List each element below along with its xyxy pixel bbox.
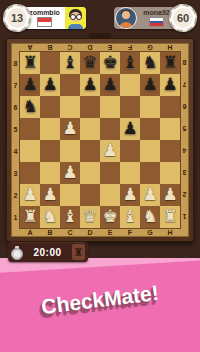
avatar-face <box>122 11 130 19</box>
white-pawn-f2[interactable]: ♟ <box>122 186 137 203</box>
indonesia-flag-icon <box>37 17 52 27</box>
square-c7[interactable] <box>60 74 80 96</box>
coord-label: 2 <box>11 184 20 206</box>
square-h5[interactable] <box>160 118 180 140</box>
avatar-glasses-right <box>76 14 82 20</box>
rank-labels-left: 87654321 <box>11 52 20 228</box>
right-player-avatar <box>115 7 137 29</box>
square-h2[interactable]: ♟ <box>160 184 180 206</box>
square-f8[interactable]: ♝ <box>120 52 140 74</box>
white-pawn-c5[interactable]: ♟ <box>62 120 77 137</box>
white-knight-b1[interactable]: ♞ <box>42 208 57 225</box>
white-pawn-c3[interactable]: ♟ <box>62 164 77 181</box>
chess-app-screen: 13 zommbio mona92 60 <box>0 0 200 352</box>
white-queen-d1[interactable]: ♛ <box>82 208 97 225</box>
square-b8[interactable] <box>40 52 60 74</box>
russia-flag-icon <box>149 17 164 27</box>
white-pawn-g2[interactable]: ♟ <box>142 186 157 203</box>
coord-label: F <box>120 228 140 237</box>
black-rook-h8[interactable]: ♜ <box>162 54 177 71</box>
coord-label: D <box>80 43 100 52</box>
coord-label: 5 <box>11 118 20 140</box>
black-bishop-c8[interactable]: ♝ <box>62 54 77 71</box>
coord-label: C <box>60 43 80 52</box>
square-c3[interactable]: ♟ <box>60 162 80 184</box>
coord-label: F <box>120 43 140 52</box>
file-labels-bottom: ABCDEFGH <box>20 228 180 237</box>
coord-label: B <box>40 43 60 52</box>
black-rook-a8[interactable]: ♜ <box>22 54 37 71</box>
coord-label: H <box>160 43 180 52</box>
square-a6[interactable]: ♞ <box>20 96 40 118</box>
coord-label: 3 <box>180 162 189 184</box>
square-d5[interactable] <box>80 118 100 140</box>
black-pawn-g7[interactable]: ♟ <box>142 76 157 93</box>
square-c4[interactable] <box>60 140 80 162</box>
square-h3[interactable] <box>160 162 180 184</box>
white-rook-h1[interactable]: ♜ <box>162 208 177 225</box>
square-f7[interactable] <box>120 74 140 96</box>
square-e6[interactable] <box>100 96 120 118</box>
coord-label: 1 <box>11 206 20 228</box>
square-h6[interactable] <box>160 96 180 118</box>
coord-label: B <box>40 228 60 237</box>
right-player-name: mona92 <box>143 9 169 16</box>
square-b2[interactable]: ♟ <box>40 184 60 206</box>
black-king-e8[interactable]: ♚ <box>102 54 117 71</box>
square-c5[interactable]: ♟ <box>60 118 80 140</box>
coord-label: 6 <box>11 96 20 118</box>
checkmate-text: CheckMate! <box>0 276 200 324</box>
square-g4[interactable] <box>140 140 160 162</box>
right-player-card[interactable]: mona92 <box>114 7 176 29</box>
coord-label: E <box>100 228 120 237</box>
square-b4[interactable] <box>40 140 60 162</box>
coord-label: G <box>140 43 160 52</box>
black-pawn-a7[interactable]: ♟ <box>22 76 37 93</box>
square-e4[interactable]: ♟ <box>100 140 120 162</box>
square-h4[interactable] <box>160 140 180 162</box>
square-c1[interactable]: ♝ <box>60 206 80 228</box>
square-g6[interactable] <box>140 96 160 118</box>
square-d6[interactable] <box>80 96 100 118</box>
coord-label: 1 <box>180 206 189 228</box>
timer-bar: 20:00 ♜ <box>8 242 88 262</box>
black-knight-g8[interactable]: ♞ <box>142 54 157 71</box>
square-d7[interactable]: ♟ <box>80 74 100 96</box>
square-a2[interactable]: ♟ <box>20 184 40 206</box>
coord-label: 6 <box>180 96 189 118</box>
white-pawn-e4[interactable]: ♟ <box>102 142 117 159</box>
board-squares: ♜♝♛♚♝♞♜♟♟♟♟♟♟♞♟♟♟♟♟♟♟♟♟♜♞♝♛♚♝♞♜ <box>20 52 180 228</box>
coord-label: G <box>140 228 160 237</box>
stopwatch-icon <box>11 246 23 258</box>
white-knight-g1[interactable]: ♞ <box>142 208 157 225</box>
square-f3[interactable] <box>120 162 140 184</box>
square-e7[interactable]: ♟ <box>100 74 120 96</box>
rank-labels-right: 87654321 <box>180 52 189 228</box>
coord-label: 8 <box>11 52 20 74</box>
chess-piece-icon: ♜ <box>72 244 85 260</box>
black-knight-a6[interactable]: ♞ <box>22 98 37 115</box>
coord-label: 4 <box>11 140 20 162</box>
square-d1[interactable]: ♛ <box>80 206 100 228</box>
black-pawn-h7[interactable]: ♟ <box>162 76 177 93</box>
square-g1[interactable]: ♞ <box>140 206 160 228</box>
coord-label: 2 <box>180 184 189 206</box>
left-player-card[interactable]: zommbio <box>24 7 86 29</box>
black-pawn-d7[interactable]: ♟ <box>82 76 97 93</box>
avatar-shirt <box>68 24 83 29</box>
square-a8[interactable]: ♜ <box>20 52 40 74</box>
square-c6[interactable] <box>60 96 80 118</box>
black-pawn-e7[interactable]: ♟ <box>102 76 117 93</box>
white-rook-a1[interactable]: ♜ <box>22 208 37 225</box>
white-pawn-h2[interactable]: ♟ <box>162 186 177 203</box>
left-player-score-badge: 13 <box>3 4 31 32</box>
black-queen-d8[interactable]: ♛ <box>82 54 97 71</box>
black-bishop-f8[interactable]: ♝ <box>122 54 137 71</box>
black-pawn-b7[interactable]: ♟ <box>42 76 57 93</box>
square-f6[interactable] <box>120 96 140 118</box>
coord-label: E <box>100 43 120 52</box>
coord-label: 4 <box>180 140 189 162</box>
coord-label: A <box>20 43 40 52</box>
left-player-score: 13 <box>11 12 23 24</box>
square-d3[interactable] <box>80 162 100 184</box>
square-e8[interactable]: ♚ <box>100 52 120 74</box>
black-pawn-f5[interactable]: ♟ <box>122 120 137 137</box>
chess-board: 87654321 87654321 ABCDEFGH ABCDEFGH ♜♝♛♚… <box>6 38 194 242</box>
square-e5[interactable] <box>100 118 120 140</box>
square-b7[interactable]: ♟ <box>40 74 60 96</box>
square-a1[interactable]: ♜ <box>20 206 40 228</box>
coord-label: H <box>160 228 180 237</box>
right-player-score: 60 <box>177 12 189 24</box>
square-b5[interactable] <box>40 118 60 140</box>
square-g8[interactable]: ♞ <box>140 52 160 74</box>
square-f1[interactable]: ♝ <box>120 206 140 228</box>
square-d8[interactable]: ♛ <box>80 52 100 74</box>
square-f5[interactable]: ♟ <box>120 118 140 140</box>
file-labels-top: ABCDEFGH <box>20 43 180 52</box>
square-a3[interactable] <box>20 162 40 184</box>
square-g5[interactable] <box>140 118 160 140</box>
left-player-avatar <box>65 7 86 29</box>
square-h8[interactable]: ♜ <box>160 52 180 74</box>
square-d2[interactable] <box>80 184 100 206</box>
timer-value: 20:00 <box>26 247 69 258</box>
square-g2[interactable]: ♟ <box>140 184 160 206</box>
square-e2[interactable] <box>100 184 120 206</box>
square-a5[interactable] <box>20 118 40 140</box>
checkmate-banner: CheckMate! <box>0 258 200 352</box>
coord-label: D <box>80 228 100 237</box>
coord-label: 5 <box>180 118 189 140</box>
avatar-shirt <box>119 22 133 29</box>
left-player-name: zommbio <box>29 9 60 16</box>
coord-label: A <box>20 228 40 237</box>
white-bishop-f1[interactable]: ♝ <box>122 208 137 225</box>
square-a4[interactable] <box>20 140 40 162</box>
square-g3[interactable] <box>140 162 160 184</box>
square-c2[interactable] <box>60 184 80 206</box>
right-player-score-badge: 60 <box>169 4 197 32</box>
white-pawn-b2[interactable]: ♟ <box>42 186 57 203</box>
white-pawn-a2[interactable]: ♟ <box>22 186 37 203</box>
square-b1[interactable]: ♞ <box>40 206 60 228</box>
white-king-e1[interactable]: ♚ <box>102 208 117 225</box>
square-e3[interactable] <box>100 162 120 184</box>
coord-label: 3 <box>11 162 20 184</box>
square-f2[interactable]: ♟ <box>120 184 140 206</box>
white-bishop-c1[interactable]: ♝ <box>62 208 77 225</box>
square-d4[interactable] <box>80 140 100 162</box>
square-b3[interactable] <box>40 162 60 184</box>
square-b6[interactable] <box>40 96 60 118</box>
square-a7[interactable]: ♟ <box>20 74 40 96</box>
coord-label: 8 <box>180 52 189 74</box>
square-h7[interactable]: ♟ <box>160 74 180 96</box>
coord-label: C <box>60 228 80 237</box>
coord-label: 7 <box>11 74 20 96</box>
square-g7[interactable]: ♟ <box>140 74 160 96</box>
square-e1[interactable]: ♚ <box>100 206 120 228</box>
coord-label: 7 <box>180 74 189 96</box>
square-c8[interactable]: ♝ <box>60 52 80 74</box>
square-f4[interactable] <box>120 140 140 162</box>
square-h1[interactable]: ♜ <box>160 206 180 228</box>
